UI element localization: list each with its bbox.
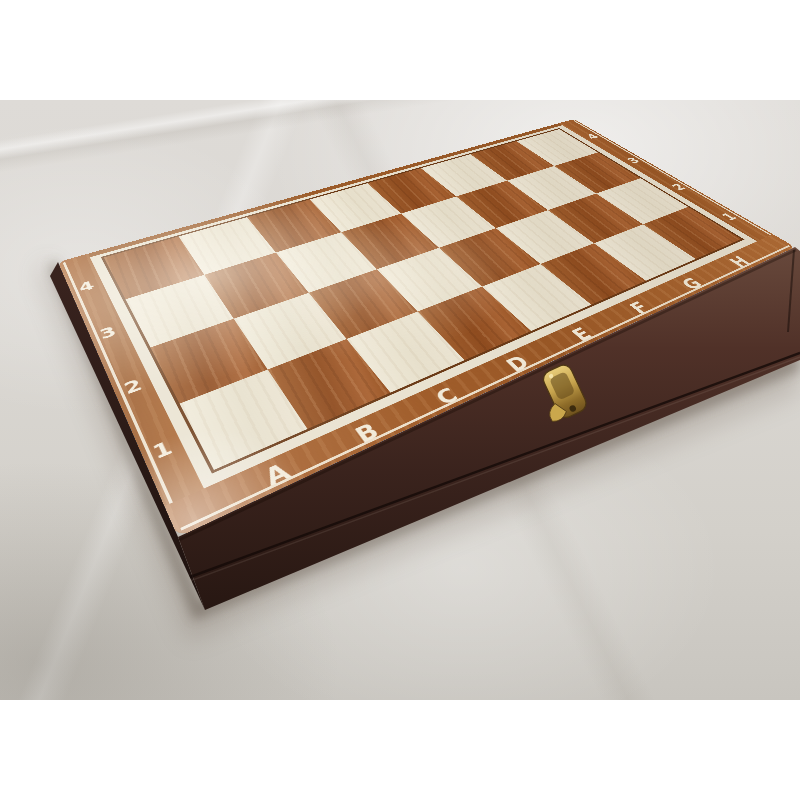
photo-canvas: 4321 4321 ABCDEFGH (0, 0, 800, 800)
